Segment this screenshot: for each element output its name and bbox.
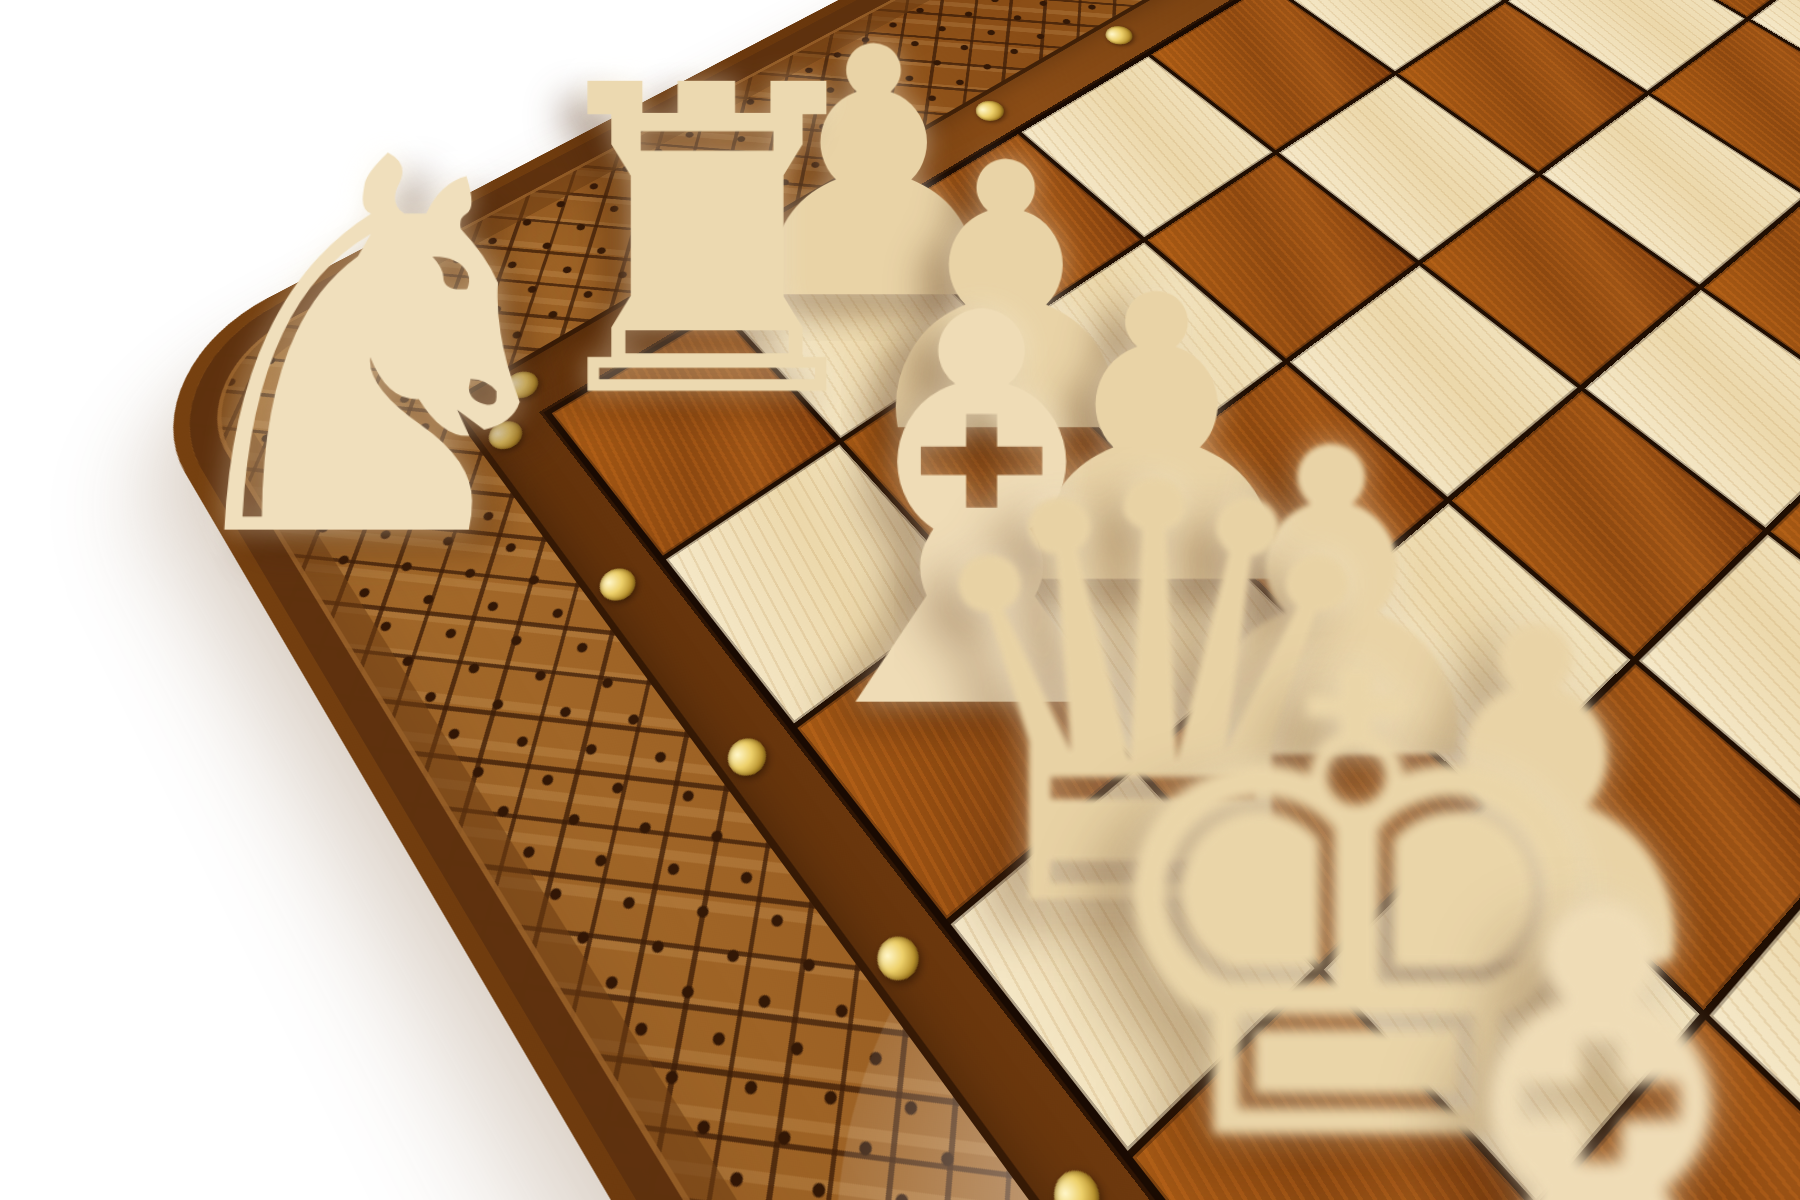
chess-board: ♜♟♞♟♝♟♛♟♚♟♝ [126,0,1800,1200]
photo-background: ♜♟♞♟♝♟♛♟♚♟♝ [0,0,1800,1200]
white-knight-glyph: ♞ [140,93,603,609]
white-bishop-glyph: ♝ [1286,821,1800,1200]
